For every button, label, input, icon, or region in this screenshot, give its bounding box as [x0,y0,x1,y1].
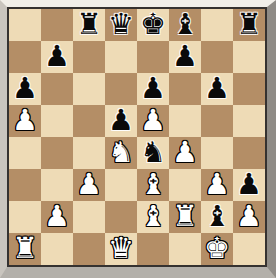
black-queen-d8[interactable]: ♛ [105,9,137,41]
square-a6[interactable]: ♟ [9,73,41,105]
square-h8[interactable]: ♜ [233,9,265,41]
black-pawn-a6[interactable]: ♟ [9,73,41,105]
square-e3[interactable]: ♝ [137,169,169,201]
square-d2[interactable] [105,201,137,233]
white-pawn-g3[interactable]: ♟ [201,169,233,201]
black-pawn-d5[interactable]: ♟ [105,105,137,137]
square-c8[interactable]: ♜ [73,9,105,41]
square-d5[interactable]: ♟ [105,105,137,137]
white-pawn-a5[interactable]: ♟ [9,105,41,137]
square-b3[interactable] [41,169,73,201]
white-pawn-e5[interactable]: ♟ [137,105,169,137]
square-h1[interactable] [233,233,265,265]
board-frame: ♜♛♚♝♜♟♟♟♟♟♟♟♟♞♞♟♟♝♟♟♟♝♜♝♟♜♛♚ [0,0,276,278]
square-c1[interactable] [73,233,105,265]
square-d6[interactable] [105,73,137,105]
square-a7[interactable] [9,41,41,73]
square-f6[interactable] [169,73,201,105]
black-pawn-b7[interactable]: ♟ [41,41,73,73]
square-b6[interactable] [41,73,73,105]
square-g7[interactable] [201,41,233,73]
square-f4[interactable]: ♟ [169,137,201,169]
square-b4[interactable] [41,137,73,169]
square-h4[interactable] [233,137,265,169]
square-e5[interactable]: ♟ [137,105,169,137]
square-b5[interactable] [41,105,73,137]
square-h7[interactable] [233,41,265,73]
square-b7[interactable]: ♟ [41,41,73,73]
square-b2[interactable]: ♟ [41,201,73,233]
white-king-g1[interactable]: ♚ [201,233,233,265]
square-f8[interactable]: ♝ [169,9,201,41]
square-a5[interactable]: ♟ [9,105,41,137]
square-d1[interactable]: ♛ [105,233,137,265]
square-c3[interactable]: ♟ [73,169,105,201]
white-bishop-e2[interactable]: ♝ [137,201,169,233]
square-g3[interactable]: ♟ [201,169,233,201]
square-e4[interactable]: ♞ [137,137,169,169]
black-bishop-g2[interactable]: ♝ [201,201,233,233]
square-c5[interactable] [73,105,105,137]
square-d7[interactable] [105,41,137,73]
black-pawn-h3[interactable]: ♟ [233,169,265,201]
square-h2[interactable]: ♟ [233,201,265,233]
square-h5[interactable] [233,105,265,137]
white-pawn-c3[interactable]: ♟ [73,169,105,201]
square-g8[interactable] [201,9,233,41]
square-h3[interactable]: ♟ [233,169,265,201]
square-e8[interactable]: ♚ [137,9,169,41]
chess-board: ♜♛♚♝♜♟♟♟♟♟♟♟♟♞♞♟♟♝♟♟♟♝♜♝♟♜♛♚ [7,7,267,267]
square-a1[interactable]: ♜ [9,233,41,265]
square-f2[interactable]: ♜ [169,201,201,233]
square-d8[interactable]: ♛ [105,9,137,41]
square-f5[interactable] [169,105,201,137]
square-b1[interactable] [41,233,73,265]
square-c6[interactable] [73,73,105,105]
square-c7[interactable] [73,41,105,73]
white-rook-f2[interactable]: ♜ [169,201,201,233]
white-bishop-e3[interactable]: ♝ [137,169,169,201]
black-king-e8[interactable]: ♚ [137,9,169,41]
square-a3[interactable] [9,169,41,201]
square-f1[interactable] [169,233,201,265]
square-f7[interactable]: ♟ [169,41,201,73]
square-g5[interactable] [201,105,233,137]
black-rook-c8[interactable]: ♜ [73,9,105,41]
white-knight-d4[interactable]: ♞ [105,137,137,169]
white-pawn-h2[interactable]: ♟ [233,201,265,233]
square-a8[interactable] [9,9,41,41]
white-pawn-b2[interactable]: ♟ [41,201,73,233]
square-e6[interactable]: ♟ [137,73,169,105]
white-rook-a1[interactable]: ♜ [9,233,41,265]
black-pawn-e6[interactable]: ♟ [137,73,169,105]
square-g2[interactable]: ♝ [201,201,233,233]
square-c4[interactable] [73,137,105,169]
square-f3[interactable] [169,169,201,201]
square-d3[interactable] [105,169,137,201]
square-e7[interactable] [137,41,169,73]
black-pawn-f7[interactable]: ♟ [169,41,201,73]
square-g4[interactable] [201,137,233,169]
square-b8[interactable] [41,9,73,41]
square-a4[interactable] [9,137,41,169]
square-c2[interactable] [73,201,105,233]
square-a2[interactable] [9,201,41,233]
square-e1[interactable] [137,233,169,265]
black-bishop-f8[interactable]: ♝ [169,9,201,41]
black-rook-h8[interactable]: ♜ [233,9,265,41]
black-pawn-g6[interactable]: ♟ [201,73,233,105]
white-pawn-f4[interactable]: ♟ [169,137,201,169]
square-h6[interactable] [233,73,265,105]
black-knight-e4[interactable]: ♞ [137,137,169,169]
square-g1[interactable]: ♚ [201,233,233,265]
square-d4[interactable]: ♞ [105,137,137,169]
square-g6[interactable]: ♟ [201,73,233,105]
square-e2[interactable]: ♝ [137,201,169,233]
white-queen-d1[interactable]: ♛ [105,233,137,265]
